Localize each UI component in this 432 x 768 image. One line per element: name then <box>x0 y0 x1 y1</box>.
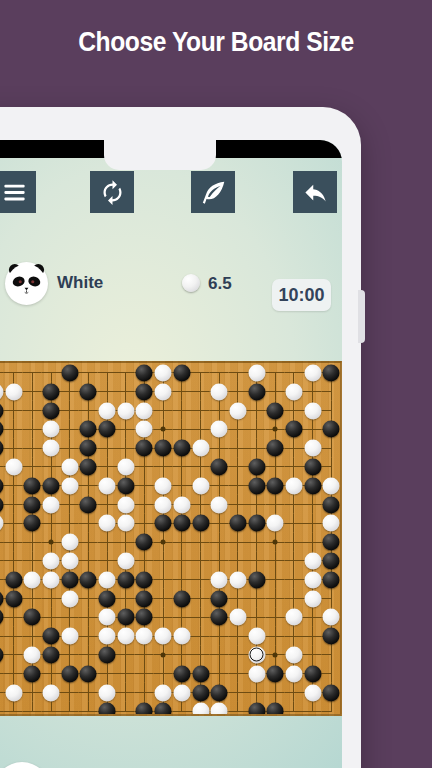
board-cell[interactable] <box>303 646 322 665</box>
board-cell[interactable] <box>23 627 42 646</box>
board-cell[interactable] <box>285 514 304 533</box>
board-cell[interactable] <box>60 476 79 495</box>
board-cell[interactable] <box>154 646 173 665</box>
board-cell[interactable] <box>79 702 98 716</box>
board-cell[interactable] <box>191 589 210 608</box>
board-cell[interactable] <box>303 627 322 646</box>
board-cell[interactable] <box>210 683 229 702</box>
board-cell[interactable] <box>23 401 42 420</box>
board-cell[interactable] <box>42 570 61 589</box>
board-cell[interactable] <box>247 589 266 608</box>
board-cell[interactable] <box>154 589 173 608</box>
board-cell[interactable] <box>116 683 135 702</box>
board-cell[interactable] <box>173 646 192 665</box>
board-cell[interactable] <box>4 401 23 420</box>
board-cell[interactable] <box>98 589 117 608</box>
undo-button[interactable] <box>293 171 337 213</box>
board-cell[interactable] <box>60 589 79 608</box>
board-cell[interactable] <box>79 589 98 608</box>
board-cell[interactable] <box>322 458 341 477</box>
board-cell[interactable] <box>98 533 117 552</box>
board-cell[interactable] <box>303 495 322 514</box>
board-cell[interactable] <box>135 364 154 383</box>
board-cell[interactable] <box>247 552 266 571</box>
board-cell[interactable] <box>173 420 192 439</box>
board-cell[interactable] <box>154 495 173 514</box>
board-cell[interactable] <box>154 683 173 702</box>
board-cell[interactable] <box>116 608 135 627</box>
board-cell[interactable] <box>191 514 210 533</box>
board-cell[interactable] <box>23 382 42 401</box>
board-cell[interactable] <box>229 514 248 533</box>
board-cell[interactable] <box>322 476 341 495</box>
board-cell[interactable] <box>42 646 61 665</box>
board-cell[interactable] <box>42 382 61 401</box>
board-cell[interactable] <box>60 458 79 477</box>
board-cell[interactable] <box>98 439 117 458</box>
board-cell[interactable] <box>229 589 248 608</box>
board-cell[interactable] <box>247 646 266 665</box>
board-cell[interactable] <box>247 683 266 702</box>
board-cell[interactable] <box>60 364 79 383</box>
board-cell[interactable] <box>116 420 135 439</box>
board-cell[interactable] <box>191 646 210 665</box>
board-cell[interactable] <box>191 382 210 401</box>
board-cell[interactable] <box>98 664 117 683</box>
board-cell[interactable] <box>98 495 117 514</box>
board-cell[interactable] <box>266 627 285 646</box>
board-cell[interactable] <box>60 552 79 571</box>
board-cell[interactable] <box>191 495 210 514</box>
board-cell[interactable] <box>247 439 266 458</box>
board-cell[interactable] <box>229 458 248 477</box>
board-cell[interactable] <box>229 439 248 458</box>
board-cell[interactable] <box>116 495 135 514</box>
board-cell[interactable] <box>322 683 341 702</box>
board-cell[interactable] <box>116 664 135 683</box>
board-cell[interactable] <box>191 702 210 716</box>
board-cell[interactable] <box>229 627 248 646</box>
board-cell[interactable] <box>79 364 98 383</box>
board-cell[interactable] <box>135 664 154 683</box>
board-cell[interactable] <box>191 476 210 495</box>
board-cell[interactable] <box>210 570 229 589</box>
board-cell[interactable] <box>4 702 23 716</box>
board-cell[interactable] <box>79 514 98 533</box>
board-cell[interactable] <box>154 382 173 401</box>
board-cell[interactable] <box>135 439 154 458</box>
board-cell[interactable] <box>285 420 304 439</box>
board-cell[interactable] <box>79 552 98 571</box>
board-cell[interactable] <box>42 608 61 627</box>
board-cell[interactable] <box>154 533 173 552</box>
board-cell[interactable] <box>173 627 192 646</box>
board-cell[interactable] <box>154 570 173 589</box>
board-cell[interactable] <box>285 382 304 401</box>
board-cell[interactable] <box>229 646 248 665</box>
board-cell[interactable] <box>42 514 61 533</box>
board-cell[interactable] <box>23 608 42 627</box>
board-cell[interactable] <box>98 458 117 477</box>
board-cell[interactable] <box>135 514 154 533</box>
board-cell[interactable] <box>135 589 154 608</box>
board-cell[interactable] <box>266 382 285 401</box>
board-cell[interactable] <box>116 646 135 665</box>
board-cell[interactable] <box>191 627 210 646</box>
board-cell[interactable] <box>229 608 248 627</box>
board-cell[interactable] <box>266 514 285 533</box>
board-cell[interactable] <box>4 589 23 608</box>
board-cell[interactable] <box>23 439 42 458</box>
board-cell[interactable] <box>23 589 42 608</box>
board-cell[interactable] <box>60 514 79 533</box>
board-cell[interactable] <box>135 552 154 571</box>
board-cell[interactable] <box>322 382 341 401</box>
board-cell[interactable] <box>210 458 229 477</box>
board-cell[interactable] <box>42 439 61 458</box>
board-cell[interactable] <box>4 664 23 683</box>
board-cell[interactable] <box>322 608 341 627</box>
board-cell[interactable] <box>285 458 304 477</box>
board-cell[interactable] <box>4 439 23 458</box>
board-cell[interactable] <box>154 514 173 533</box>
board-cell[interactable] <box>42 702 61 716</box>
board-cell[interactable] <box>266 552 285 571</box>
board-cell[interactable] <box>173 608 192 627</box>
board-cell[interactable] <box>4 495 23 514</box>
board-cell[interactable] <box>210 514 229 533</box>
board-cell[interactable] <box>98 476 117 495</box>
board-cell[interactable] <box>285 589 304 608</box>
board-cell[interactable] <box>191 608 210 627</box>
board-cell[interactable] <box>285 627 304 646</box>
board-cell[interactable] <box>173 382 192 401</box>
board-cell[interactable] <box>173 683 192 702</box>
board-cell[interactable] <box>116 476 135 495</box>
board-cell[interactable] <box>303 683 322 702</box>
board-cell[interactable] <box>173 552 192 571</box>
board-cell[interactable] <box>229 683 248 702</box>
board-cell[interactable] <box>266 589 285 608</box>
board-cell[interactable] <box>135 702 154 716</box>
board-cell[interactable] <box>4 533 23 552</box>
board-cell[interactable] <box>173 364 192 383</box>
board-cell[interactable] <box>116 439 135 458</box>
board-cell[interactable] <box>135 627 154 646</box>
board-cell[interactable] <box>60 420 79 439</box>
board-cell[interactable] <box>23 552 42 571</box>
board-cell[interactable] <box>322 364 341 383</box>
board-cell[interactable] <box>79 533 98 552</box>
board-cell[interactable] <box>135 401 154 420</box>
board-cell[interactable] <box>4 458 23 477</box>
board-cell[interactable] <box>23 683 42 702</box>
board-cell[interactable] <box>98 364 117 383</box>
board-cell[interactable] <box>266 533 285 552</box>
board-cell[interactable] <box>98 382 117 401</box>
board-cell[interactable] <box>154 476 173 495</box>
board-cell[interactable] <box>4 420 23 439</box>
board-cell[interactable] <box>210 646 229 665</box>
board-cell[interactable] <box>173 702 192 716</box>
board-cell[interactable] <box>23 514 42 533</box>
feather-button[interactable] <box>191 171 235 213</box>
board-cell[interactable] <box>98 552 117 571</box>
board-cell[interactable] <box>154 401 173 420</box>
board-cell[interactable] <box>154 458 173 477</box>
board-cell[interactable] <box>79 608 98 627</box>
board-cell[interactable] <box>229 664 248 683</box>
board-cell[interactable] <box>229 401 248 420</box>
board-cell[interactable] <box>42 589 61 608</box>
board-cell[interactable] <box>210 439 229 458</box>
board-cell[interactable] <box>322 552 341 571</box>
board-cell[interactable] <box>210 664 229 683</box>
board-cell[interactable] <box>173 533 192 552</box>
board-cell[interactable] <box>135 420 154 439</box>
board-cell[interactable] <box>322 702 341 716</box>
board-cell[interactable] <box>4 627 23 646</box>
board-cell[interactable] <box>173 495 192 514</box>
board-cell[interactable] <box>266 458 285 477</box>
board-cell[interactable] <box>173 458 192 477</box>
board-cell[interactable] <box>322 439 341 458</box>
board-cell[interactable] <box>210 627 229 646</box>
refresh-button[interactable] <box>90 171 134 213</box>
board-cell[interactable] <box>79 476 98 495</box>
board-cell[interactable] <box>247 476 266 495</box>
board-cell[interactable] <box>210 364 229 383</box>
menu-button[interactable] <box>0 171 36 213</box>
board-cell[interactable] <box>42 364 61 383</box>
board-cell[interactable] <box>4 608 23 627</box>
board-cell[interactable] <box>191 420 210 439</box>
board-cell[interactable] <box>60 401 79 420</box>
board-cell[interactable] <box>79 627 98 646</box>
board-cell[interactable] <box>98 646 117 665</box>
board-cell[interactable] <box>79 420 98 439</box>
board-cell[interactable] <box>266 420 285 439</box>
board-cell[interactable] <box>42 552 61 571</box>
board-cell[interactable] <box>79 382 98 401</box>
board-cell[interactable] <box>116 627 135 646</box>
board-cell[interactable] <box>23 458 42 477</box>
board-cell[interactable] <box>116 382 135 401</box>
board-cell[interactable] <box>42 683 61 702</box>
board-cell[interactable] <box>4 364 23 383</box>
board-cell[interactable] <box>42 401 61 420</box>
board-cell[interactable] <box>210 420 229 439</box>
board-cell[interactable] <box>247 533 266 552</box>
board-cell[interactable] <box>23 420 42 439</box>
board-cell[interactable] <box>266 476 285 495</box>
board-cell[interactable] <box>266 683 285 702</box>
board-cell[interactable] <box>229 495 248 514</box>
board-cell[interactable] <box>154 439 173 458</box>
board-cell[interactable] <box>322 401 341 420</box>
board-cell[interactable] <box>154 608 173 627</box>
board-cell[interactable] <box>4 646 23 665</box>
board-cell[interactable] <box>285 401 304 420</box>
board-cell[interactable] <box>135 495 154 514</box>
board-cell[interactable] <box>116 458 135 477</box>
board-cell[interactable] <box>322 664 341 683</box>
board-cell[interactable] <box>4 570 23 589</box>
board-cell[interactable] <box>285 608 304 627</box>
board-cell[interactable] <box>191 458 210 477</box>
board-cell[interactable] <box>303 533 322 552</box>
board-cell[interactable] <box>322 627 341 646</box>
board-cell[interactable] <box>303 702 322 716</box>
board-cell[interactable] <box>154 627 173 646</box>
board-cell[interactable] <box>285 552 304 571</box>
board-cell[interactable] <box>116 401 135 420</box>
board-cell[interactable] <box>23 664 42 683</box>
board-cell[interactable] <box>303 514 322 533</box>
board-cell[interactable] <box>60 382 79 401</box>
board-cell[interactable] <box>60 608 79 627</box>
board-cell[interactable] <box>60 495 79 514</box>
board-cell[interactable] <box>154 552 173 571</box>
board-cell[interactable] <box>135 533 154 552</box>
board-cell[interactable] <box>42 533 61 552</box>
board-cell[interactable] <box>285 364 304 383</box>
board-cell[interactable] <box>23 364 42 383</box>
board-cell[interactable] <box>4 476 23 495</box>
board-cell[interactable] <box>191 401 210 420</box>
board-cell[interactable] <box>173 664 192 683</box>
board-cell[interactable] <box>42 476 61 495</box>
board-cell[interactable] <box>79 439 98 458</box>
board-cell[interactable] <box>285 495 304 514</box>
board-cell[interactable] <box>60 627 79 646</box>
board-cell[interactable] <box>191 533 210 552</box>
board-cell[interactable] <box>247 382 266 401</box>
board-cell[interactable] <box>285 476 304 495</box>
board-cell[interactable] <box>303 439 322 458</box>
board-cell[interactable] <box>303 608 322 627</box>
board-cell[interactable] <box>98 683 117 702</box>
board-cell[interactable] <box>98 570 117 589</box>
board-cell[interactable] <box>79 664 98 683</box>
board-cell[interactable] <box>98 420 117 439</box>
board-cell[interactable] <box>247 364 266 383</box>
board-cell[interactable] <box>229 476 248 495</box>
board-cell[interactable] <box>229 420 248 439</box>
board-cell[interactable] <box>229 382 248 401</box>
board-cell[interactable] <box>42 664 61 683</box>
board-cell[interactable] <box>4 514 23 533</box>
board-cell[interactable] <box>154 364 173 383</box>
board-cell[interactable] <box>322 570 341 589</box>
board-cell[interactable] <box>23 702 42 716</box>
board-cell[interactable] <box>191 664 210 683</box>
board-cell[interactable] <box>210 608 229 627</box>
board-cell[interactable] <box>23 533 42 552</box>
board-cell[interactable] <box>322 646 341 665</box>
board-cell[interactable] <box>285 646 304 665</box>
board-cell[interactable] <box>154 664 173 683</box>
board-cell[interactable] <box>98 401 117 420</box>
board-cell[interactable] <box>210 401 229 420</box>
board-cell[interactable] <box>135 570 154 589</box>
board-cell[interactable] <box>247 570 266 589</box>
board-cell[interactable] <box>210 533 229 552</box>
board-cell[interactable] <box>79 458 98 477</box>
board-cell[interactable] <box>210 702 229 716</box>
board-cell[interactable] <box>303 382 322 401</box>
board-cell[interactable] <box>191 570 210 589</box>
board-cell[interactable] <box>60 646 79 665</box>
board-cell[interactable] <box>79 570 98 589</box>
board-cell[interactable] <box>303 552 322 571</box>
board-cell[interactable] <box>173 476 192 495</box>
board-cell[interactable] <box>60 533 79 552</box>
board-cell[interactable] <box>229 552 248 571</box>
board-cell[interactable] <box>322 533 341 552</box>
board-cell[interactable] <box>303 664 322 683</box>
board-cell[interactable] <box>322 420 341 439</box>
board-cell[interactable] <box>42 458 61 477</box>
board-cell[interactable] <box>191 552 210 571</box>
board-cell[interactable] <box>266 570 285 589</box>
board-cell[interactable] <box>154 702 173 716</box>
board-cell[interactable] <box>154 420 173 439</box>
board-cell[interactable] <box>285 439 304 458</box>
board-cell[interactable] <box>135 608 154 627</box>
board-cell[interactable] <box>98 514 117 533</box>
board-cell[interactable] <box>247 458 266 477</box>
board-cell[interactable] <box>285 683 304 702</box>
board-cell[interactable] <box>303 570 322 589</box>
board-cell[interactable] <box>173 589 192 608</box>
board-cell[interactable] <box>116 514 135 533</box>
board-cell[interactable] <box>285 664 304 683</box>
board-cell[interactable] <box>303 458 322 477</box>
board-cell[interactable] <box>191 683 210 702</box>
board-cell[interactable] <box>247 702 266 716</box>
board-cell[interactable] <box>173 401 192 420</box>
board-cell[interactable] <box>303 364 322 383</box>
board-cell[interactable] <box>173 570 192 589</box>
board-cell[interactable] <box>303 420 322 439</box>
board-cell[interactable] <box>23 476 42 495</box>
board-cell[interactable] <box>79 646 98 665</box>
board-cell[interactable] <box>98 608 117 627</box>
board-cell[interactable] <box>4 683 23 702</box>
board-cell[interactable] <box>322 589 341 608</box>
board-cell[interactable] <box>247 495 266 514</box>
board-cell[interactable] <box>116 552 135 571</box>
board-cell[interactable] <box>285 570 304 589</box>
board-cell[interactable] <box>42 495 61 514</box>
board-cell[interactable] <box>247 514 266 533</box>
board-cell[interactable] <box>173 514 192 533</box>
board-cell[interactable] <box>191 364 210 383</box>
board-cell[interactable] <box>322 495 341 514</box>
board-cell[interactable] <box>135 646 154 665</box>
board-cell[interactable] <box>303 589 322 608</box>
board-cell[interactable] <box>229 702 248 716</box>
board-cell[interactable] <box>266 608 285 627</box>
board-cell[interactable] <box>247 608 266 627</box>
board-cell[interactable] <box>135 382 154 401</box>
board-cell[interactable] <box>116 702 135 716</box>
board-cell[interactable] <box>210 589 229 608</box>
board-cell[interactable] <box>23 646 42 665</box>
board-cell[interactable] <box>79 495 98 514</box>
board-cell[interactable] <box>42 627 61 646</box>
